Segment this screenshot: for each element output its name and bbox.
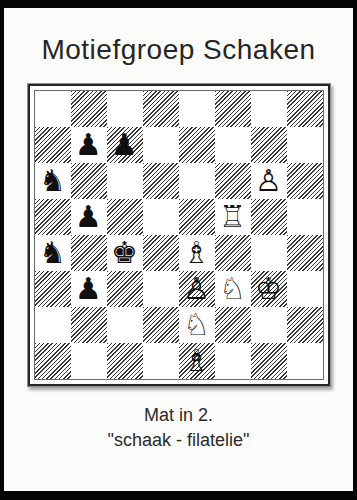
- piece-white-knight: ♘: [215, 271, 251, 307]
- square-b8[interactable]: [71, 91, 107, 127]
- square-b1[interactable]: [71, 343, 107, 379]
- piece-black-knight: ♞: [35, 163, 71, 199]
- square-c7[interactable]: ♟: [107, 127, 143, 163]
- square-c2[interactable]: [107, 307, 143, 343]
- piece-black-pawn: ♟: [71, 199, 107, 235]
- square-e5[interactable]: [179, 199, 215, 235]
- square-e7[interactable]: [179, 127, 215, 163]
- square-e4[interactable]: ♗: [179, 235, 215, 271]
- square-g3[interactable]: ♔: [251, 271, 287, 307]
- square-d4[interactable]: [143, 235, 179, 271]
- square-g1[interactable]: [251, 343, 287, 379]
- square-b6[interactable]: [71, 163, 107, 199]
- square-d3[interactable]: [143, 271, 179, 307]
- square-h7[interactable]: [287, 127, 323, 163]
- piece-white-knight: ♘: [179, 307, 215, 343]
- square-c4[interactable]: ♚: [107, 235, 143, 271]
- square-a8[interactable]: [35, 91, 71, 127]
- square-h2[interactable]: [287, 307, 323, 343]
- square-d2[interactable]: [143, 307, 179, 343]
- square-b5[interactable]: ♟: [71, 199, 107, 235]
- piece-white-bishop: ♗: [179, 343, 215, 379]
- square-b4[interactable]: [71, 235, 107, 271]
- caption-mat-in-2: Mat in 2.: [4, 403, 353, 428]
- square-d6[interactable]: [143, 163, 179, 199]
- square-g2[interactable]: [251, 307, 287, 343]
- square-a3[interactable]: [35, 271, 71, 307]
- square-b7[interactable]: ♟: [71, 127, 107, 163]
- square-f5[interactable]: ♖: [215, 199, 251, 235]
- square-h3[interactable]: [287, 271, 323, 307]
- piece-white-pawn: ♙: [179, 271, 215, 307]
- square-g7[interactable]: [251, 127, 287, 163]
- square-c8[interactable]: [107, 91, 143, 127]
- piece-white-rook: ♖: [215, 199, 251, 235]
- caption: Mat in 2. "schaak - filatelie": [4, 403, 353, 453]
- piece-black-pawn: ♟: [71, 127, 107, 163]
- square-h8[interactable]: [287, 91, 323, 127]
- caption-schaak-filatelie: "schaak - filatelie": [4, 428, 353, 453]
- square-g5[interactable]: [251, 199, 287, 235]
- square-a5[interactable]: [35, 199, 71, 235]
- square-f4[interactable]: [215, 235, 251, 271]
- square-f1[interactable]: [215, 343, 251, 379]
- square-d5[interactable]: [143, 199, 179, 235]
- square-g4[interactable]: [251, 235, 287, 271]
- square-e6[interactable]: [179, 163, 215, 199]
- postcard: Motiefgroep Schaken ♟♟♞♙♟♖♞♚♗♟♙♘♔♘♗ Mat …: [0, 0, 357, 500]
- square-e3[interactable]: ♙: [179, 271, 215, 307]
- piece-black-pawn: ♟: [107, 127, 143, 163]
- square-f7[interactable]: [215, 127, 251, 163]
- square-c1[interactable]: [107, 343, 143, 379]
- square-d7[interactable]: [143, 127, 179, 163]
- square-a2[interactable]: [35, 307, 71, 343]
- page-title: Motiefgroep Schaken: [4, 8, 353, 66]
- square-f2[interactable]: [215, 307, 251, 343]
- chess-board-inner-frame: ♟♟♞♙♟♖♞♚♗♟♙♘♔♘♗: [28, 84, 330, 386]
- square-d1[interactable]: [143, 343, 179, 379]
- square-h6[interactable]: [287, 163, 323, 199]
- square-g8[interactable]: [251, 91, 287, 127]
- square-b3[interactable]: ♟: [71, 271, 107, 307]
- piece-white-bishop: ♗: [179, 235, 215, 271]
- chess-board-frame: ♟♟♞♙♟♖♞♚♗♟♙♘♔♘♗: [27, 83, 331, 387]
- square-e8[interactable]: [179, 91, 215, 127]
- square-a4[interactable]: ♞: [35, 235, 71, 271]
- square-f3[interactable]: ♘: [215, 271, 251, 307]
- square-c6[interactable]: [107, 163, 143, 199]
- square-b2[interactable]: [71, 307, 107, 343]
- square-d8[interactable]: [143, 91, 179, 127]
- square-a7[interactable]: [35, 127, 71, 163]
- square-a1[interactable]: [35, 343, 71, 379]
- square-a6[interactable]: ♞: [35, 163, 71, 199]
- piece-black-pawn: ♟: [71, 271, 107, 307]
- square-c5[interactable]: [107, 199, 143, 235]
- square-f8[interactable]: [215, 91, 251, 127]
- square-c3[interactable]: [107, 271, 143, 307]
- square-e2[interactable]: ♘: [179, 307, 215, 343]
- square-e1[interactable]: ♗: [179, 343, 215, 379]
- piece-black-knight: ♞: [35, 235, 71, 271]
- square-f6[interactable]: [215, 163, 251, 199]
- square-h5[interactable]: [287, 199, 323, 235]
- piece-white-pawn: ♙: [251, 163, 287, 199]
- piece-black-king: ♚: [107, 235, 143, 271]
- square-g6[interactable]: ♙: [251, 163, 287, 199]
- square-h4[interactable]: [287, 235, 323, 271]
- square-h1[interactable]: [287, 343, 323, 379]
- piece-white-king: ♔: [251, 271, 287, 307]
- chess-board: ♟♟♞♙♟♖♞♚♗♟♙♘♔♘♗: [34, 90, 324, 380]
